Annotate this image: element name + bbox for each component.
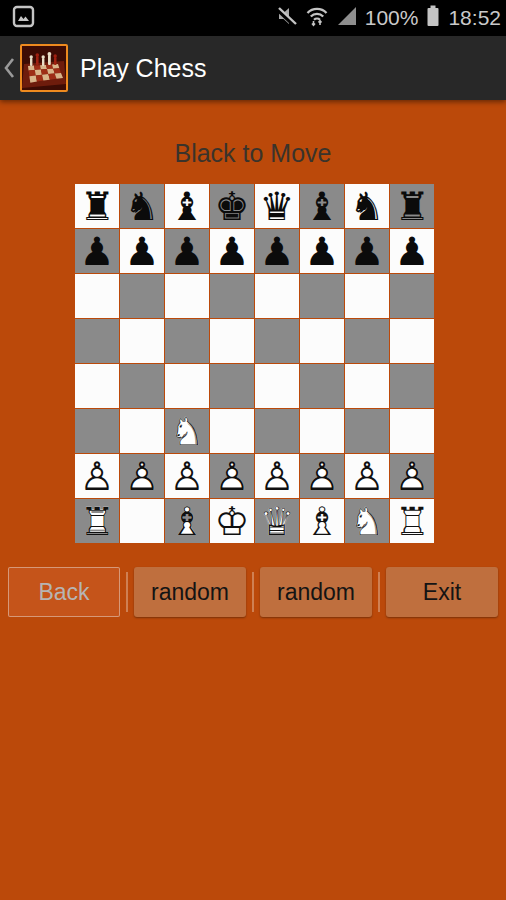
black-pawn: ♟︎ xyxy=(305,232,340,271)
black-bishop: ♝︎ xyxy=(305,187,340,226)
board-square[interactable]: ♚︎ xyxy=(210,184,254,228)
board-square[interactable]: ♜︎ xyxy=(75,184,119,228)
white-rook: ♜︎♖︎ xyxy=(395,502,430,541)
board-square[interactable] xyxy=(75,409,119,453)
board-square[interactable]: ♟︎♙︎ xyxy=(165,454,209,498)
board-square[interactable]: ♟︎♙︎ xyxy=(390,454,434,498)
board-square[interactable] xyxy=(120,409,164,453)
board-square[interactable] xyxy=(120,364,164,408)
board-square[interactable] xyxy=(300,364,344,408)
board-square[interactable] xyxy=(75,319,119,363)
board-square[interactable] xyxy=(255,364,299,408)
board-square[interactable]: ♟︎ xyxy=(300,229,344,273)
back-button[interactable]: Back xyxy=(8,567,120,617)
board-square[interactable]: ♝︎ xyxy=(300,184,344,228)
black-king: ♚︎ xyxy=(215,187,250,226)
board-square[interactable]: ♟︎♙︎ xyxy=(210,454,254,498)
black-knight: ♞︎ xyxy=(125,187,160,226)
board-square[interactable] xyxy=(120,319,164,363)
wifi-icon xyxy=(305,5,329,31)
board-square[interactable]: ♟︎ xyxy=(75,229,119,273)
board-square[interactable] xyxy=(300,274,344,318)
turn-indicator: Black to Move xyxy=(0,139,506,168)
board-square[interactable]: ♜︎♖︎ xyxy=(75,499,119,543)
board-square[interactable]: ♟︎♙︎ xyxy=(75,454,119,498)
board-square[interactable]: ♞︎ xyxy=(345,184,389,228)
board-square[interactable] xyxy=(255,409,299,453)
board-square[interactable]: ♟︎ xyxy=(345,229,389,273)
board-square[interactable] xyxy=(300,319,344,363)
black-pawn: ♟︎ xyxy=(125,232,160,271)
board-square[interactable]: ♚︎♔︎ xyxy=(210,499,254,543)
white-pawn: ♟︎♙︎ xyxy=(395,457,430,496)
black-rook: ♜︎ xyxy=(395,187,430,226)
black-pawn: ♟︎ xyxy=(350,232,385,271)
board-square[interactable]: ♝︎♗︎ xyxy=(165,499,209,543)
black-pawn: ♟︎ xyxy=(215,232,250,271)
black-rook: ♜︎ xyxy=(80,187,115,226)
board-square[interactable]: ♞︎♘︎ xyxy=(165,409,209,453)
board-square[interactable] xyxy=(345,274,389,318)
board-square[interactable] xyxy=(120,274,164,318)
board-square[interactable]: ♛︎♕︎ xyxy=(255,499,299,543)
board-square[interactable] xyxy=(165,364,209,408)
black-bishop: ♝︎ xyxy=(170,187,205,226)
battery-icon xyxy=(425,3,441,33)
button-divider xyxy=(126,572,128,612)
white-pawn: ♟︎♙︎ xyxy=(170,457,205,496)
board-square[interactable] xyxy=(255,319,299,363)
white-knight: ♞︎♘︎ xyxy=(350,502,385,541)
exit-button[interactable]: Exit xyxy=(386,567,498,617)
board-square[interactable] xyxy=(210,409,254,453)
board-square[interactable] xyxy=(255,274,299,318)
board-square[interactable]: ♟︎ xyxy=(165,229,209,273)
board-square[interactable] xyxy=(165,274,209,318)
black-knight: ♞︎ xyxy=(350,187,385,226)
board-square[interactable] xyxy=(75,364,119,408)
mute-icon xyxy=(276,5,298,31)
black-pawn: ♟︎ xyxy=(80,232,115,271)
board-square[interactable] xyxy=(390,274,434,318)
board-square[interactable]: ♟︎ xyxy=(390,229,434,273)
board-square[interactable] xyxy=(300,409,344,453)
board-square[interactable] xyxy=(345,319,389,363)
clock: 18:52 xyxy=(448,6,501,30)
button-row: Back random random Exit xyxy=(0,566,506,618)
black-pawn: ♟︎ xyxy=(170,232,205,271)
board-square[interactable] xyxy=(120,499,164,543)
board-square[interactable] xyxy=(75,274,119,318)
white-knight: ♞︎♘︎ xyxy=(170,412,205,451)
app-bar: Play Chess xyxy=(0,36,506,100)
board-square[interactable] xyxy=(165,319,209,363)
black-queen: ♛︎ xyxy=(260,187,295,226)
board-square[interactable] xyxy=(390,319,434,363)
board-square[interactable]: ♟︎♙︎ xyxy=(300,454,344,498)
random-button-2[interactable]: random xyxy=(260,567,372,617)
board-square[interactable]: ♟︎♙︎ xyxy=(345,454,389,498)
white-pawn: ♟︎♙︎ xyxy=(125,457,160,496)
signal-icon xyxy=(336,5,358,31)
status-bar: 100% 18:52 xyxy=(0,0,506,36)
board-square[interactable]: ♞︎♘︎ xyxy=(345,499,389,543)
white-bishop: ♝︎♗︎ xyxy=(305,502,340,541)
white-king: ♚︎♔︎ xyxy=(215,502,250,541)
board-square[interactable]: ♟︎ xyxy=(120,229,164,273)
black-pawn: ♟︎ xyxy=(260,232,295,271)
white-pawn: ♟︎♙︎ xyxy=(305,457,340,496)
button-divider xyxy=(252,572,254,612)
white-rook: ♜︎♖︎ xyxy=(80,502,115,541)
random-button-1[interactable]: random xyxy=(134,567,246,617)
board-square[interactable]: ♝︎♗︎ xyxy=(300,499,344,543)
board-square[interactable] xyxy=(210,364,254,408)
phone-screen: 100% 18:52 xyxy=(0,0,506,900)
battery-percent: 100% xyxy=(365,6,419,30)
board-square[interactable]: ♟︎ xyxy=(210,229,254,273)
white-pawn: ♟︎♙︎ xyxy=(80,457,115,496)
black-pawn: ♟︎ xyxy=(395,232,430,271)
board-square[interactable]: ♟︎♙︎ xyxy=(120,454,164,498)
screenshot-icon xyxy=(12,5,35,32)
board-square[interactable]: ♝︎ xyxy=(165,184,209,228)
board-square[interactable]: ♜︎ xyxy=(390,184,434,228)
board-square[interactable] xyxy=(390,364,434,408)
app-logo-icon xyxy=(20,44,68,92)
board-square[interactable] xyxy=(390,409,434,453)
app-title: Play Chess xyxy=(80,54,206,83)
white-pawn: ♟︎♙︎ xyxy=(215,457,250,496)
board-square[interactable]: ♟︎ xyxy=(255,229,299,273)
board-square[interactable]: ♞︎ xyxy=(120,184,164,228)
back-chevron-icon[interactable] xyxy=(2,55,18,81)
white-pawn: ♟︎♙︎ xyxy=(260,457,295,496)
board-square[interactable] xyxy=(345,364,389,408)
board-square[interactable]: ♟︎♙︎ xyxy=(255,454,299,498)
board-square[interactable] xyxy=(345,409,389,453)
chess-board: ♜︎♞︎♝︎♚︎♛︎♝︎♞︎♜︎♟︎♟︎♟︎♟︎♟︎♟︎♟︎♟︎♞︎♘︎♟︎♙︎… xyxy=(75,184,434,543)
white-pawn: ♟︎♙︎ xyxy=(350,457,385,496)
white-queen: ♛︎♕︎ xyxy=(260,502,295,541)
board-square[interactable] xyxy=(210,319,254,363)
board-square[interactable]: ♜︎♖︎ xyxy=(390,499,434,543)
white-bishop: ♝︎♗︎ xyxy=(170,502,205,541)
board-square[interactable]: ♛︎ xyxy=(255,184,299,228)
button-divider xyxy=(378,572,380,612)
board-square[interactable] xyxy=(210,274,254,318)
